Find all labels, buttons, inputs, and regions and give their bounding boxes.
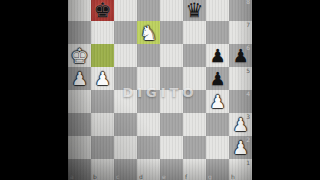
square-a7[interactable] [68,21,91,44]
file-label-e: e [162,174,166,180]
square-e3[interactable] [160,113,183,136]
square-c1[interactable]: c [114,159,137,180]
square-c4[interactable] [114,90,137,113]
rank-label-5: 5 [246,68,250,74]
square-a3[interactable] [68,113,91,136]
square-c3[interactable] [114,113,137,136]
square-h8[interactable]: 8 [229,0,252,21]
board: ♚♛8♞7♚♟♟6♟♟♟5♟4♟3♟2abcdefg1h [68,0,252,180]
square-a2[interactable] [68,136,91,159]
file-label-d: d [139,174,143,180]
square-f7[interactable] [183,21,206,44]
piece-wK-a6[interactable]: ♚ [68,44,91,67]
square-d6[interactable] [137,44,160,67]
square-c5[interactable] [114,67,137,90]
square-g6[interactable]: ♟ [206,44,229,67]
rank-label-4: 4 [246,91,250,97]
square-h1[interactable]: 1h [229,159,252,180]
square-d8[interactable] [137,0,160,21]
square-b6[interactable] [91,44,114,67]
square-e8[interactable] [160,0,183,21]
piece-bP-g6[interactable]: ♟ [206,44,229,67]
square-h6[interactable]: ♟6 [229,44,252,67]
piece-wP-g4[interactable]: ♟ [206,90,229,113]
square-c7[interactable] [114,21,137,44]
square-e6[interactable] [160,44,183,67]
square-g7[interactable] [206,21,229,44]
square-a5[interactable]: ♟ [68,67,91,90]
square-c8[interactable] [114,0,137,21]
square-g1[interactable]: g [206,159,229,180]
piece-wN-d7[interactable]: ♞ [137,21,160,44]
square-f3[interactable] [183,113,206,136]
square-f2[interactable] [183,136,206,159]
square-f5[interactable] [183,67,206,90]
rank-label-7: 7 [246,22,250,28]
square-a4[interactable] [68,90,91,113]
square-e1[interactable]: e [160,159,183,180]
square-b2[interactable] [91,136,114,159]
square-f8[interactable]: ♛ [183,0,206,21]
square-b1[interactable]: b [91,159,114,180]
file-label-f: f [185,174,187,180]
square-h2[interactable]: ♟2 [229,136,252,159]
square-f1[interactable]: f [183,159,206,180]
square-e2[interactable] [160,136,183,159]
square-b8[interactable]: ♚ [91,0,114,21]
square-c6[interactable] [114,44,137,67]
piece-bK-b8[interactable]: ♚ [91,0,114,21]
square-d1[interactable]: d [137,159,160,180]
square-a1[interactable]: a [68,159,91,180]
square-d4[interactable] [137,90,160,113]
file-label-h: h [231,174,235,180]
letterbox-left [0,0,68,180]
square-a6[interactable]: ♚ [68,44,91,67]
rank-label-1: 1 [246,160,250,166]
square-e4[interactable] [160,90,183,113]
file-label-b: b [93,174,97,180]
square-e5[interactable] [160,67,183,90]
piece-bP-g5[interactable]: ♟ [206,67,229,90]
rank-label-8: 8 [246,0,250,5]
square-g2[interactable] [206,136,229,159]
piece-bQ-f8[interactable]: ♛ [183,0,206,21]
square-d5[interactable] [137,67,160,90]
square-f6[interactable] [183,44,206,67]
square-c2[interactable] [114,136,137,159]
square-g8[interactable] [206,0,229,21]
square-d3[interactable] [137,113,160,136]
square-g3[interactable] [206,113,229,136]
square-h3[interactable]: ♟3 [229,113,252,136]
file-label-c: c [116,174,119,180]
square-h5[interactable]: 5 [229,67,252,90]
file-label-a: a [70,174,74,180]
square-b5[interactable]: ♟ [91,67,114,90]
square-e7[interactable] [160,21,183,44]
square-g4[interactable]: ♟ [206,90,229,113]
square-b4[interactable] [91,90,114,113]
rank-label-3: 3 [246,114,250,120]
square-b7[interactable] [91,21,114,44]
square-f4[interactable] [183,90,206,113]
square-a8[interactable] [68,0,91,21]
square-d7[interactable]: ♞ [137,21,160,44]
square-h4[interactable]: 4 [229,90,252,113]
rank-label-2: 2 [246,137,250,143]
letterbox-right [252,0,320,180]
square-h7[interactable]: 7 [229,21,252,44]
square-b3[interactable] [91,113,114,136]
video-frame: ♚♛8♞7♚♟♟6♟♟♟5♟4♟3♟2abcdefg1h DIGITO [0,0,320,180]
piece-wP-b5[interactable]: ♟ [91,67,114,90]
square-d2[interactable] [137,136,160,159]
file-label-g: g [208,174,212,180]
piece-wP-a5[interactable]: ♟ [68,67,91,90]
square-g5[interactable]: ♟ [206,67,229,90]
rank-label-6: 6 [246,45,250,51]
